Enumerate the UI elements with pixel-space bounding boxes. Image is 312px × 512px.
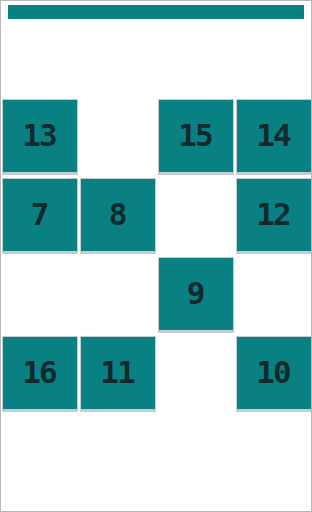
empty-cell bbox=[80, 257, 156, 333]
tile-number: 16 bbox=[24, 357, 55, 390]
empty-cell bbox=[158, 178, 234, 254]
empty-cell bbox=[158, 336, 234, 412]
tile-13[interactable]: 13 bbox=[2, 99, 78, 175]
tile-number: 12 bbox=[258, 199, 289, 232]
tile-7[interactable]: 7 bbox=[2, 178, 78, 254]
top-accent-bar bbox=[8, 5, 304, 19]
tile-14[interactable]: 14 bbox=[236, 99, 312, 175]
tile-16[interactable]: 16 bbox=[2, 336, 78, 412]
tile-11[interactable]: 11 bbox=[80, 336, 156, 412]
tile-number: 13 bbox=[24, 120, 55, 153]
empty-cell bbox=[80, 99, 156, 175]
puzzle-board: 13151478129161110 bbox=[2, 99, 312, 412]
tile-8[interactable]: 8 bbox=[80, 178, 156, 254]
tile-number: 8 bbox=[111, 199, 126, 232]
empty-cell bbox=[2, 257, 78, 333]
tile-12[interactable]: 12 bbox=[236, 178, 312, 254]
tile-10[interactable]: 10 bbox=[236, 336, 312, 412]
app-screen: 13151478129161110 bbox=[0, 0, 312, 512]
tile-number: 11 bbox=[102, 357, 133, 390]
tile-15[interactable]: 15 bbox=[158, 99, 234, 175]
tile-number: 14 bbox=[258, 120, 289, 153]
tile-number: 10 bbox=[258, 357, 289, 390]
tile-9[interactable]: 9 bbox=[158, 257, 234, 333]
tile-number: 9 bbox=[189, 278, 204, 311]
tile-number: 15 bbox=[180, 120, 211, 153]
tile-number: 7 bbox=[33, 199, 48, 232]
empty-cell bbox=[236, 257, 312, 333]
